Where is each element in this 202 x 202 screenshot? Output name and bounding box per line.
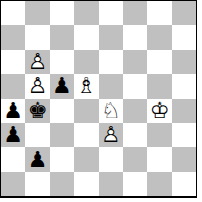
square-c5[interactable]: ♟ <box>50 74 74 98</box>
square-b1[interactable] <box>25 172 49 196</box>
white-pawn-fill: ♟ <box>25 74 49 98</box>
white-bishop-fill: ♝ <box>74 74 98 98</box>
square-f1[interactable] <box>123 172 147 196</box>
square-c3[interactable] <box>50 123 74 147</box>
square-b5[interactable]: ♟♙ <box>25 74 49 98</box>
white-pawn[interactable]: ♟♙ <box>25 50 49 74</box>
square-f7[interactable] <box>123 25 147 49</box>
square-e7[interactable] <box>99 25 123 49</box>
square-a4[interactable]: ♟ <box>1 99 25 123</box>
square-g1[interactable] <box>147 172 171 196</box>
square-f4[interactable] <box>123 99 147 123</box>
square-d3[interactable] <box>74 123 98 147</box>
white-pawn[interactable]: ♟♙ <box>25 74 49 98</box>
square-d4[interactable] <box>74 99 98 123</box>
black-pawn[interactable]: ♟ <box>1 99 25 123</box>
square-b7[interactable] <box>25 25 49 49</box>
square-a3[interactable]: ♟ <box>1 123 25 147</box>
black-pawn[interactable]: ♟ <box>25 147 49 171</box>
square-h1[interactable] <box>172 172 196 196</box>
black-pawn-glyph: ♟ <box>50 74 74 98</box>
square-b2[interactable]: ♟ <box>25 147 49 171</box>
square-b6[interactable]: ♟♙ <box>25 50 49 74</box>
square-f3[interactable] <box>123 123 147 147</box>
square-e8[interactable] <box>99 1 123 25</box>
square-d8[interactable] <box>74 1 98 25</box>
square-e5[interactable] <box>99 74 123 98</box>
white-bishop-glyph: ♗ <box>74 74 98 98</box>
square-f6[interactable] <box>123 50 147 74</box>
square-h4[interactable] <box>172 99 196 123</box>
black-pawn[interactable]: ♟ <box>1 123 25 147</box>
white-king-fill: ♚ <box>147 99 171 123</box>
square-a7[interactable] <box>1 25 25 49</box>
square-d7[interactable] <box>74 25 98 49</box>
black-pawn-glyph: ♟ <box>25 147 49 171</box>
square-e2[interactable] <box>99 147 123 171</box>
square-h8[interactable] <box>172 1 196 25</box>
square-f5[interactable] <box>123 74 147 98</box>
white-pawn-glyph: ♙ <box>25 50 49 74</box>
square-b4[interactable]: ♚ <box>25 99 49 123</box>
square-a1[interactable] <box>1 172 25 196</box>
square-d6[interactable] <box>74 50 98 74</box>
black-king-glyph: ♚ <box>25 99 49 123</box>
square-d2[interactable] <box>74 147 98 171</box>
square-c1[interactable] <box>50 172 74 196</box>
black-pawn-glyph: ♟ <box>1 123 25 147</box>
square-b3[interactable] <box>25 123 49 147</box>
square-e3[interactable]: ♟♙ <box>99 123 123 147</box>
square-d1[interactable] <box>74 172 98 196</box>
square-a5[interactable] <box>1 74 25 98</box>
square-h7[interactable] <box>172 25 196 49</box>
square-h6[interactable] <box>172 50 196 74</box>
square-d5[interactable]: ♝♗ <box>74 74 98 98</box>
black-pawn[interactable]: ♟ <box>50 74 74 98</box>
chess-board: ♟♙♟♙♟♝♗♟♚♞♘♚♔♟♟♙♟ <box>0 0 197 198</box>
square-f8[interactable] <box>123 1 147 25</box>
square-h5[interactable] <box>172 74 196 98</box>
white-king-glyph: ♔ <box>147 99 171 123</box>
white-pawn-fill: ♟ <box>99 123 123 147</box>
white-knight-glyph: ♘ <box>99 99 123 123</box>
square-h3[interactable] <box>172 123 196 147</box>
square-b8[interactable] <box>25 1 49 25</box>
square-c7[interactable] <box>50 25 74 49</box>
square-g4[interactable]: ♚♔ <box>147 99 171 123</box>
square-g7[interactable] <box>147 25 171 49</box>
square-a8[interactable] <box>1 1 25 25</box>
square-e6[interactable] <box>99 50 123 74</box>
white-knight[interactable]: ♞♘ <box>99 99 123 123</box>
square-a6[interactable] <box>1 50 25 74</box>
square-e4[interactable]: ♞♘ <box>99 99 123 123</box>
square-c4[interactable] <box>50 99 74 123</box>
chess-diagram: ♟♙♟♙♟♝♗♟♚♞♘♚♔♟♟♙♟ <box>0 0 202 202</box>
square-f2[interactable] <box>123 147 147 171</box>
black-pawn-glyph: ♟ <box>1 99 25 123</box>
square-a2[interactable] <box>1 147 25 171</box>
square-g6[interactable] <box>147 50 171 74</box>
square-g2[interactable] <box>147 147 171 171</box>
square-c6[interactable] <box>50 50 74 74</box>
square-g3[interactable] <box>147 123 171 147</box>
white-bishop[interactable]: ♝♗ <box>74 74 98 98</box>
black-king[interactable]: ♚ <box>25 99 49 123</box>
white-pawn[interactable]: ♟♙ <box>99 123 123 147</box>
white-pawn-glyph: ♙ <box>25 74 49 98</box>
square-c2[interactable] <box>50 147 74 171</box>
white-pawn-glyph: ♙ <box>99 123 123 147</box>
square-c8[interactable] <box>50 1 74 25</box>
square-h2[interactable] <box>172 147 196 171</box>
white-knight-fill: ♞ <box>99 99 123 123</box>
square-g5[interactable] <box>147 74 171 98</box>
white-king[interactable]: ♚♔ <box>147 99 171 123</box>
square-e1[interactable] <box>99 172 123 196</box>
white-pawn-fill: ♟ <box>25 50 49 74</box>
square-g8[interactable] <box>147 1 171 25</box>
